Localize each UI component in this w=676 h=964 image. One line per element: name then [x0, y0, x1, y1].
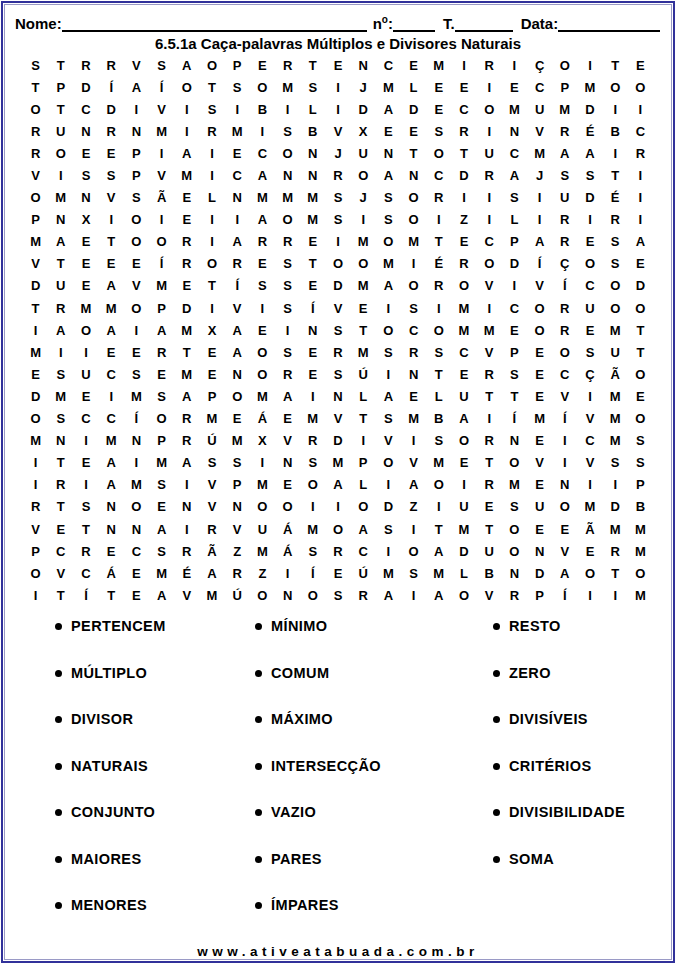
grid-cell-r7c25[interactable]: I	[628, 187, 653, 209]
grid-cell-r5c8[interactable]: I	[199, 142, 224, 164]
grid-cell-r3c18[interactable]: C	[451, 98, 476, 120]
grid-cell-r19c16[interactable]: V	[401, 452, 426, 474]
grid-cell-r8c5[interactable]: O	[124, 209, 149, 231]
grid-cell-r16c21[interactable]: E	[527, 385, 552, 407]
grid-cell-r23c18[interactable]: D	[451, 540, 476, 562]
grid-cell-r1c16[interactable]: E	[401, 54, 426, 76]
grid-cell-r8c10[interactable]: A	[250, 209, 275, 231]
grid-cell-r20c14[interactable]: L	[351, 474, 376, 496]
grid-cell-r25c17[interactable]: A	[426, 584, 451, 606]
grid-cell-r3c7[interactable]: I	[174, 98, 199, 120]
grid-cell-r13c23[interactable]: E	[577, 319, 602, 341]
grid-cell-r6c6[interactable]: V	[149, 164, 174, 186]
grid-cell-r8c1[interactable]: P	[23, 209, 48, 231]
grid-cell-r10c1[interactable]: V	[23, 253, 48, 275]
grid-cell-r23c7[interactable]: R	[174, 540, 199, 562]
grid-cell-r2c1[interactable]: T	[23, 76, 48, 98]
grid-cell-r5c11[interactable]: O	[275, 142, 300, 164]
grid-cell-r18c23[interactable]: C	[577, 430, 602, 452]
grid-cell-r3c10[interactable]: B	[250, 98, 275, 120]
grid-cell-r17c3[interactable]: C	[73, 408, 98, 430]
grid-cell-r10c13[interactable]: O	[325, 253, 350, 275]
grid-cell-r13c10[interactable]: E	[250, 319, 275, 341]
grid-cell-r13c13[interactable]: S	[325, 319, 350, 341]
grid-cell-r22c1[interactable]: V	[23, 518, 48, 540]
grid-cell-r2c24[interactable]: O	[603, 76, 628, 98]
grid-cell-r18c22[interactable]: I	[552, 430, 577, 452]
grid-cell-r2c23[interactable]: M	[577, 76, 602, 98]
grid-cell-r1c23[interactable]: I	[577, 54, 602, 76]
grid-cell-r10c19[interactable]: O	[477, 253, 502, 275]
grid-cell-r20c9[interactable]: P	[225, 474, 250, 496]
grid-cell-r2c13[interactable]: I	[325, 76, 350, 98]
grid-cell-r16c8[interactable]: P	[199, 385, 224, 407]
grid-cell-r23c9[interactable]: Z	[225, 540, 250, 562]
grid-cell-r24c15[interactable]: M	[376, 562, 401, 584]
grid-cell-r22c21[interactable]: E	[527, 518, 552, 540]
word-list-item[interactable]: CONJUNTO	[55, 804, 255, 851]
grid-cell-r1c13[interactable]: E	[325, 54, 350, 76]
grid-cell-r24c18[interactable]: L	[451, 562, 476, 584]
grid-cell-r13c11[interactable]: I	[275, 319, 300, 341]
word-list-item[interactable]: MÚLTIPLO	[55, 665, 255, 712]
grid-cell-r18c18[interactable]: O	[451, 430, 476, 452]
grid-cell-r14c12[interactable]: E	[300, 341, 325, 363]
grid-cell-r10c24[interactable]: S	[603, 253, 628, 275]
grid-cell-r6c23[interactable]: S	[577, 164, 602, 186]
grid-cell-r18c7[interactable]: R	[174, 430, 199, 452]
grid-cell-r8c18[interactable]: Z	[451, 209, 476, 231]
grid-cell-r1c15[interactable]: C	[376, 54, 401, 76]
grid-cell-r2c19[interactable]: I	[477, 76, 502, 98]
word-list-item[interactable]: MENORES	[55, 897, 255, 944]
grid-cell-r11c6[interactable]: M	[149, 275, 174, 297]
grid-cell-r3c11[interactable]: I	[275, 98, 300, 120]
grid-cell-r13c14[interactable]: T	[351, 319, 376, 341]
grid-cell-r21c15[interactable]: D	[376, 496, 401, 518]
grid-cell-r14c2[interactable]: I	[48, 341, 73, 363]
grid-cell-r20c16[interactable]: A	[401, 474, 426, 496]
grid-cell-r2c10[interactable]: O	[250, 76, 275, 98]
grid-cell-r19c11[interactable]: N	[275, 452, 300, 474]
grid-cell-r7c20[interactable]: S	[502, 187, 527, 209]
grid-cell-r20c20[interactable]: M	[502, 474, 527, 496]
grid-cell-r24c3[interactable]: C	[73, 562, 98, 584]
grid-cell-r21c11[interactable]: O	[275, 496, 300, 518]
grid-cell-r16c17[interactable]: L	[426, 385, 451, 407]
grid-cell-r10c2[interactable]: T	[48, 253, 73, 275]
grid-cell-r15c6[interactable]: E	[149, 363, 174, 385]
grid-cell-r15c11[interactable]: R	[275, 363, 300, 385]
grid-cell-r20c6[interactable]: S	[149, 474, 174, 496]
grid-cell-r19c19[interactable]: T	[477, 452, 502, 474]
grid-cell-r15c14[interactable]: Ú	[351, 363, 376, 385]
grid-cell-r6c14[interactable]: O	[351, 164, 376, 186]
grid-cell-r24c23[interactable]: O	[577, 562, 602, 584]
grid-cell-r9c20[interactable]: P	[502, 231, 527, 253]
grid-cell-r19c4[interactable]: A	[99, 452, 124, 474]
grid-cell-r12c11[interactable]: S	[275, 297, 300, 319]
grid-cell-r8c22[interactable]: R	[552, 209, 577, 231]
grid-cell-r18c19[interactable]: R	[477, 430, 502, 452]
grid-cell-r9c8[interactable]: I	[199, 231, 224, 253]
grid-cell-r5c13[interactable]: J	[325, 142, 350, 164]
grid-cell-r20c13[interactable]: A	[325, 474, 350, 496]
grid-cell-r16c16[interactable]: E	[401, 385, 426, 407]
grid-cell-r25c11[interactable]: N	[275, 584, 300, 606]
grid-cell-r23c11[interactable]: Á	[275, 540, 300, 562]
grid-cell-r21c22[interactable]: O	[552, 496, 577, 518]
grid-cell-r4c21[interactable]: V	[527, 120, 552, 142]
grid-cell-r25c9[interactable]: Ú	[225, 584, 250, 606]
grid-cell-r7c21[interactable]: I	[527, 187, 552, 209]
nome-input-line[interactable]	[62, 15, 367, 32]
grid-cell-r17c25[interactable]: O	[628, 408, 653, 430]
grid-cell-r1c2[interactable]: T	[48, 54, 73, 76]
grid-cell-r15c12[interactable]: E	[300, 363, 325, 385]
grid-cell-r12c14[interactable]: E	[351, 297, 376, 319]
grid-cell-r3c1[interactable]: O	[23, 98, 48, 120]
grid-cell-r25c25[interactable]: M	[628, 584, 653, 606]
grid-cell-r14c9[interactable]: A	[225, 341, 250, 363]
grid-cell-r22c24[interactable]: M	[603, 518, 628, 540]
grid-cell-r12c22[interactable]: R	[552, 297, 577, 319]
grid-cell-r14c11[interactable]: S	[275, 341, 300, 363]
grid-cell-r18c1[interactable]: M	[23, 430, 48, 452]
grid-cell-r3c5[interactable]: I	[124, 98, 149, 120]
grid-cell-r2c4[interactable]: Í	[99, 76, 124, 98]
grid-cell-r4c12[interactable]: B	[300, 120, 325, 142]
grid-cell-r1c8[interactable]: O	[199, 54, 224, 76]
grid-cell-r1c24[interactable]: T	[603, 54, 628, 76]
grid-cell-r5c22[interactable]: A	[552, 142, 577, 164]
grid-cell-r25c6[interactable]: A	[149, 584, 174, 606]
grid-cell-r11c21[interactable]: V	[527, 275, 552, 297]
grid-cell-r6c21[interactable]: J	[527, 164, 552, 186]
grid-cell-r11c3[interactable]: E	[73, 275, 98, 297]
grid-cell-r13c4[interactable]: A	[99, 319, 124, 341]
grid-cell-r7c7[interactable]: E	[174, 187, 199, 209]
grid-cell-r7c2[interactable]: M	[48, 187, 73, 209]
grid-cell-r2c18[interactable]: E	[451, 76, 476, 98]
grid-cell-r4c7[interactable]: I	[174, 120, 199, 142]
grid-cell-r25c10[interactable]: O	[250, 584, 275, 606]
grid-cell-r23c3[interactable]: R	[73, 540, 98, 562]
grid-cell-r5c12[interactable]: N	[300, 142, 325, 164]
grid-cell-r10c18[interactable]: R	[451, 253, 476, 275]
grid-cell-r16c15[interactable]: A	[376, 385, 401, 407]
grid-cell-r12c25[interactable]: O	[628, 297, 653, 319]
grid-cell-r16c13[interactable]: N	[325, 385, 350, 407]
grid-cell-r21c14[interactable]: O	[351, 496, 376, 518]
grid-cell-r24c20[interactable]: N	[502, 562, 527, 584]
grid-cell-r13c25[interactable]: T	[628, 319, 653, 341]
grid-cell-r1c5[interactable]: V	[124, 54, 149, 76]
grid-cell-r15c15[interactable]: I	[376, 363, 401, 385]
grid-cell-r9c7[interactable]: R	[174, 231, 199, 253]
grid-cell-r3c15[interactable]: A	[376, 98, 401, 120]
grid-cell-r21c5[interactable]: O	[124, 496, 149, 518]
grid-cell-r7c3[interactable]: N	[73, 187, 98, 209]
grid-cell-r13c2[interactable]: A	[48, 319, 73, 341]
grid-cell-r12c8[interactable]: I	[199, 297, 224, 319]
grid-cell-r15c17[interactable]: T	[426, 363, 451, 385]
grid-cell-r8c2[interactable]: N	[48, 209, 73, 231]
grid-cell-r21c13[interactable]: I	[325, 496, 350, 518]
grid-cell-r2c11[interactable]: M	[275, 76, 300, 98]
grid-cell-r7c9[interactable]: N	[225, 187, 250, 209]
grid-cell-r5c19[interactable]: U	[477, 142, 502, 164]
grid-cell-r14c7[interactable]: T	[174, 341, 199, 363]
grid-cell-r4c3[interactable]: N	[73, 120, 98, 142]
grid-cell-r21c9[interactable]: N	[225, 496, 250, 518]
grid-cell-r17c15[interactable]: S	[376, 408, 401, 430]
grid-cell-r1c21[interactable]: Ç	[527, 54, 552, 76]
grid-cell-r20c5[interactable]: M	[124, 474, 149, 496]
grid-cell-r18c3[interactable]: I	[73, 430, 98, 452]
grid-cell-r23c13[interactable]: R	[325, 540, 350, 562]
grid-cell-r6c9[interactable]: C	[225, 164, 250, 186]
grid-cell-r9c22[interactable]: R	[552, 231, 577, 253]
grid-cell-r14c10[interactable]: O	[250, 341, 275, 363]
grid-cell-r24c12[interactable]: Í	[300, 562, 325, 584]
grid-cell-r15c13[interactable]: S	[325, 363, 350, 385]
grid-cell-r9c16[interactable]: M	[401, 231, 426, 253]
grid-cell-r23c2[interactable]: C	[48, 540, 73, 562]
grid-cell-r18c2[interactable]: N	[48, 430, 73, 452]
grid-cell-r14c17[interactable]: S	[426, 341, 451, 363]
grid-cell-r13c17[interactable]: O	[426, 319, 451, 341]
grid-cell-r16c10[interactable]: M	[250, 385, 275, 407]
grid-cell-r20c7[interactable]: I	[174, 474, 199, 496]
grid-cell-r19c2[interactable]: T	[48, 452, 73, 474]
grid-cell-r12c4[interactable]: M	[99, 297, 124, 319]
grid-cell-r21c16[interactable]: Z	[401, 496, 426, 518]
grid-cell-r9c11[interactable]: R	[275, 231, 300, 253]
grid-cell-r4c13[interactable]: V	[325, 120, 350, 142]
grid-cell-r12c15[interactable]: I	[376, 297, 401, 319]
grid-cell-r21c25[interactable]: B	[628, 496, 653, 518]
grid-cell-r24c24[interactable]: T	[603, 562, 628, 584]
grid-cell-r16c18[interactable]: U	[451, 385, 476, 407]
grid-cell-r4c20[interactable]: N	[502, 120, 527, 142]
grid-cell-r1c11[interactable]: R	[275, 54, 300, 76]
grid-cell-r25c5[interactable]: E	[124, 584, 149, 606]
grid-cell-r18c5[interactable]: N	[124, 430, 149, 452]
grid-cell-r9c12[interactable]: E	[300, 231, 325, 253]
word-list-item[interactable]: DIVISÍVEIS	[493, 711, 655, 758]
grid-cell-r25c23[interactable]: I	[577, 584, 602, 606]
grid-cell-r11c2[interactable]: U	[48, 275, 73, 297]
grid-cell-r17c21[interactable]: M	[527, 408, 552, 430]
grid-cell-r25c19[interactable]: V	[477, 584, 502, 606]
grid-cell-r23c6[interactable]: S	[149, 540, 174, 562]
grid-cell-r25c7[interactable]: V	[174, 584, 199, 606]
grid-cell-r6c13[interactable]: R	[325, 164, 350, 186]
grid-cell-r2c6[interactable]: Í	[149, 76, 174, 98]
grid-cell-r22c9[interactable]: V	[225, 518, 250, 540]
grid-cell-r13c9[interactable]: A	[225, 319, 250, 341]
grid-cell-r6c17[interactable]: C	[426, 164, 451, 186]
grid-cell-r11c13[interactable]: D	[325, 275, 350, 297]
grid-cell-r5c21[interactable]: M	[527, 142, 552, 164]
grid-cell-r14c16[interactable]: R	[401, 341, 426, 363]
grid-cell-r21c6[interactable]: E	[149, 496, 174, 518]
grid-cell-r4c17[interactable]: S	[426, 120, 451, 142]
grid-cell-r7c6[interactable]: Ã	[149, 187, 174, 209]
grid-cell-r11c8[interactable]: T	[199, 275, 224, 297]
grid-cell-r14c18[interactable]: C	[451, 341, 476, 363]
grid-cell-r19c18[interactable]: E	[451, 452, 476, 474]
grid-cell-r19c23[interactable]: V	[577, 452, 602, 474]
grid-cell-r13c24[interactable]: M	[603, 319, 628, 341]
grid-cell-r3c6[interactable]: V	[149, 98, 174, 120]
grid-cell-r1c22[interactable]: O	[552, 54, 577, 76]
grid-cell-r24c13[interactable]: E	[325, 562, 350, 584]
word-list-item[interactable]: ZERO	[493, 665, 655, 712]
numero-input-line[interactable]	[393, 15, 435, 32]
grid-cell-r19c5[interactable]: I	[124, 452, 149, 474]
grid-cell-r9c23[interactable]: E	[577, 231, 602, 253]
grid-cell-r2c5[interactable]: A	[124, 76, 149, 98]
grid-cell-r15c3[interactable]: U	[73, 363, 98, 385]
grid-cell-r9c21[interactable]: A	[527, 231, 552, 253]
grid-cell-r24c16[interactable]: S	[401, 562, 426, 584]
grid-cell-r18c8[interactable]: Ú	[199, 430, 224, 452]
grid-cell-r2c16[interactable]: L	[401, 76, 426, 98]
grid-cell-r17c18[interactable]: A	[451, 408, 476, 430]
grid-cell-r5c10[interactable]: C	[250, 142, 275, 164]
grid-cell-r2c12[interactable]: S	[300, 76, 325, 98]
grid-cell-r19c25[interactable]: S	[628, 452, 653, 474]
grid-cell-r15c23[interactable]: Ç	[577, 363, 602, 385]
grid-cell-r15c10[interactable]: O	[250, 363, 275, 385]
grid-cell-r17c24[interactable]: M	[603, 408, 628, 430]
grid-cell-r17c1[interactable]: O	[23, 408, 48, 430]
grid-cell-r24c1[interactable]: O	[23, 562, 48, 584]
grid-cell-r22c8[interactable]: R	[199, 518, 224, 540]
grid-cell-r6c2[interactable]: I	[48, 164, 73, 186]
grid-cell-r20c22[interactable]: N	[552, 474, 577, 496]
grid-cell-r8c3[interactable]: X	[73, 209, 98, 231]
grid-cell-r19c14[interactable]: P	[351, 452, 376, 474]
grid-cell-r15c20[interactable]: S	[502, 363, 527, 385]
grid-cell-r24c25[interactable]: O	[628, 562, 653, 584]
grid-cell-r19c8[interactable]: S	[199, 452, 224, 474]
grid-cell-r5c15[interactable]: N	[376, 142, 401, 164]
grid-cell-r19c24[interactable]: S	[603, 452, 628, 474]
grid-cell-r9c10[interactable]: R	[250, 231, 275, 253]
grid-cell-r22c12[interactable]: M	[300, 518, 325, 540]
grid-cell-r14c13[interactable]: R	[325, 341, 350, 363]
grid-cell-r1c17[interactable]: M	[426, 54, 451, 76]
grid-cell-r17c4[interactable]: C	[99, 408, 124, 430]
grid-cell-r7c5[interactable]: S	[124, 187, 149, 209]
grid-cell-r18c15[interactable]: V	[376, 430, 401, 452]
word-list-item[interactable]: COMUM	[255, 665, 493, 712]
grid-cell-r23c20[interactable]: O	[502, 540, 527, 562]
grid-cell-r8c11[interactable]: O	[275, 209, 300, 231]
grid-cell-r15c9[interactable]: N	[225, 363, 250, 385]
grid-cell-r7c11[interactable]: M	[275, 187, 300, 209]
grid-cell-r22c20[interactable]: O	[502, 518, 527, 540]
grid-cell-r25c24[interactable]: I	[603, 584, 628, 606]
grid-cell-r10c5[interactable]: E	[124, 253, 149, 275]
grid-cell-r11c22[interactable]: Í	[552, 275, 577, 297]
grid-cell-r6c4[interactable]: S	[99, 164, 124, 186]
grid-cell-r6c1[interactable]: V	[23, 164, 48, 186]
grid-cell-r1c19[interactable]: R	[477, 54, 502, 76]
grid-cell-r19c3[interactable]: E	[73, 452, 98, 474]
grid-cell-r11c16[interactable]: O	[401, 275, 426, 297]
grid-cell-r10c6[interactable]: Í	[149, 253, 174, 275]
grid-cell-r10c14[interactable]: O	[351, 253, 376, 275]
grid-cell-r8c9[interactable]: I	[225, 209, 250, 231]
grid-cell-r25c20[interactable]: R	[502, 584, 527, 606]
grid-cell-r22c10[interactable]: U	[250, 518, 275, 540]
grid-cell-r10c21[interactable]: Í	[527, 253, 552, 275]
grid-cell-r10c11[interactable]: S	[275, 253, 300, 275]
grid-cell-r13c19[interactable]: M	[477, 319, 502, 341]
grid-cell-r20c19[interactable]: R	[477, 474, 502, 496]
grid-cell-r25c13[interactable]: S	[325, 584, 350, 606]
grid-cell-r18c9[interactable]: M	[225, 430, 250, 452]
grid-cell-r16c7[interactable]: A	[174, 385, 199, 407]
footer-url[interactable]: www.ativeatabuada.com.br	[13, 944, 663, 961]
grid-cell-r10c22[interactable]: Ç	[552, 253, 577, 275]
grid-cell-r5c6[interactable]: I	[149, 142, 174, 164]
grid-cell-r17c9[interactable]: E	[225, 408, 250, 430]
grid-cell-r21c24[interactable]: D	[603, 496, 628, 518]
grid-cell-r3c16[interactable]: D	[401, 98, 426, 120]
grid-cell-r22c16[interactable]: I	[401, 518, 426, 540]
grid-cell-r22c19[interactable]: T	[477, 518, 502, 540]
grid-cell-r16c5[interactable]: M	[124, 385, 149, 407]
grid-cell-r10c23[interactable]: O	[577, 253, 602, 275]
grid-cell-r8c16[interactable]: O	[401, 209, 426, 231]
grid-cell-r12c19[interactable]: I	[477, 297, 502, 319]
grid-cell-r5c2[interactable]: O	[48, 142, 73, 164]
grid-cell-r2c9[interactable]: S	[225, 76, 250, 98]
grid-cell-r12c10[interactable]: I	[250, 297, 275, 319]
grid-cell-r10c8[interactable]: O	[199, 253, 224, 275]
grid-cell-r5c7[interactable]: A	[174, 142, 199, 164]
grid-cell-r16c9[interactable]: O	[225, 385, 250, 407]
grid-cell-r11c25[interactable]: D	[628, 275, 653, 297]
grid-cell-r16c2[interactable]: M	[48, 385, 73, 407]
grid-cell-r2c3[interactable]: D	[73, 76, 98, 98]
grid-cell-r17c23[interactable]: V	[577, 408, 602, 430]
word-list-item[interactable]: CRITÉRIOS	[493, 758, 655, 805]
grid-cell-r4c2[interactable]: U	[48, 120, 73, 142]
grid-cell-r14c25[interactable]: T	[628, 341, 653, 363]
grid-cell-r9c6[interactable]: O	[149, 231, 174, 253]
grid-cell-r5c16[interactable]: T	[401, 142, 426, 164]
grid-cell-r8c20[interactable]: L	[502, 209, 527, 231]
word-list-item[interactable]: RESTO	[493, 618, 655, 665]
grid-cell-r13c22[interactable]: R	[552, 319, 577, 341]
grid-cell-r14c1[interactable]: M	[23, 341, 48, 363]
grid-cell-r10c25[interactable]: E	[628, 253, 653, 275]
grid-cell-r25c18[interactable]: O	[451, 584, 476, 606]
grid-cell-r4c19[interactable]: I	[477, 120, 502, 142]
grid-cell-r12c2[interactable]: R	[48, 297, 73, 319]
grid-cell-r13c6[interactable]: A	[149, 319, 174, 341]
grid-cell-r3c25[interactable]: I	[628, 98, 653, 120]
grid-cell-r15c1[interactable]: E	[23, 363, 48, 385]
grid-cell-r18c21[interactable]: E	[527, 430, 552, 452]
grid-cell-r13c12[interactable]: N	[300, 319, 325, 341]
